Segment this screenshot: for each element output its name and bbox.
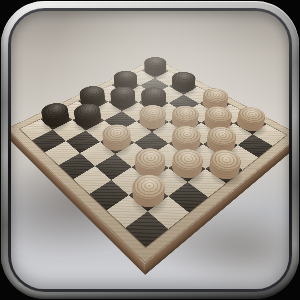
checkers-app-icon[interactable] [0, 0, 300, 300]
checker-piece-dark [106, 92, 140, 112]
checker-piece-light [134, 111, 170, 134]
board-photo [11, 11, 289, 289]
checker-piece-dark [140, 63, 171, 79]
checker-piece-dark [38, 109, 74, 131]
checker-piece-dark [70, 109, 106, 132]
checker-piece-light [126, 179, 171, 213]
checker-piece-light [166, 154, 208, 184]
checker-piece-dark [167, 78, 200, 96]
checker-piece-light [98, 130, 137, 156]
